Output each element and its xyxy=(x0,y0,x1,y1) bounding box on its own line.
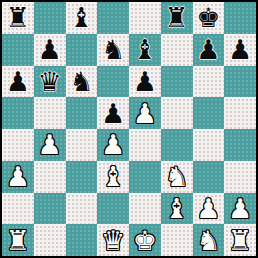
square-c8[interactable]: ♝ xyxy=(66,2,98,34)
square-h4[interactable] xyxy=(224,129,256,161)
square-f4[interactable] xyxy=(161,129,193,161)
square-f2[interactable]: ♝ xyxy=(161,193,193,225)
piece-black-pawn: ♟ xyxy=(133,66,157,97)
square-g8[interactable]: ♚ xyxy=(193,2,225,34)
square-h5[interactable] xyxy=(224,97,256,129)
square-d5[interactable]: ♟ xyxy=(97,97,129,129)
piece-white-pawn: ♟ xyxy=(196,193,220,224)
square-d8[interactable] xyxy=(97,2,129,34)
square-g2[interactable]: ♟ xyxy=(193,193,225,225)
square-b4[interactable]: ♟ xyxy=(34,129,66,161)
square-c2[interactable] xyxy=(66,193,98,225)
square-d2[interactable] xyxy=(97,193,129,225)
square-e5[interactable]: ♟ xyxy=(129,97,161,129)
square-a1[interactable]: ♜ xyxy=(2,224,34,256)
piece-black-pawn: ♟ xyxy=(228,34,252,65)
piece-black-knight: ♞ xyxy=(69,66,93,97)
square-a3[interactable]: ♟ xyxy=(2,161,34,193)
chess-board-frame: ♜♝♜♚♟♞♝♟♟♟♛♞♟♟♟♟♟♟♝♞♝♟♟♜♛♚♞♜ xyxy=(0,0,258,258)
piece-white-pawn: ♟ xyxy=(6,161,30,192)
piece-black-pawn: ♟ xyxy=(101,98,125,129)
square-f3[interactable]: ♞ xyxy=(161,161,193,193)
square-c6[interactable]: ♞ xyxy=(66,66,98,98)
piece-white-rook: ♜ xyxy=(6,225,30,256)
square-h7[interactable]: ♟ xyxy=(224,34,256,66)
square-b8[interactable] xyxy=(34,2,66,34)
square-d3[interactable]: ♝ xyxy=(97,161,129,193)
piece-white-bishop: ♝ xyxy=(165,193,189,224)
piece-black-pawn: ♟ xyxy=(196,34,220,65)
square-e7[interactable]: ♝ xyxy=(129,34,161,66)
square-g3[interactable] xyxy=(193,161,225,193)
piece-white-rook: ♜ xyxy=(228,225,252,256)
piece-black-bishop: ♝ xyxy=(69,2,93,33)
square-d4[interactable]: ♟ xyxy=(97,129,129,161)
square-c4[interactable] xyxy=(66,129,98,161)
piece-white-knight: ♞ xyxy=(165,161,189,192)
square-f1[interactable] xyxy=(161,224,193,256)
square-f7[interactable] xyxy=(161,34,193,66)
square-a2[interactable] xyxy=(2,193,34,225)
square-a8[interactable]: ♜ xyxy=(2,2,34,34)
square-e8[interactable] xyxy=(129,2,161,34)
piece-white-pawn: ♟ xyxy=(101,129,125,160)
square-g4[interactable] xyxy=(193,129,225,161)
piece-black-rook: ♜ xyxy=(6,2,30,33)
square-b6[interactable]: ♛ xyxy=(34,66,66,98)
square-e1[interactable]: ♚ xyxy=(129,224,161,256)
square-b7[interactable]: ♟ xyxy=(34,34,66,66)
piece-black-bishop: ♝ xyxy=(133,34,157,65)
square-d1[interactable]: ♛ xyxy=(97,224,129,256)
piece-black-knight: ♞ xyxy=(101,34,125,65)
square-a6[interactable]: ♟ xyxy=(2,66,34,98)
piece-white-queen: ♛ xyxy=(101,225,125,256)
piece-black-queen: ♛ xyxy=(38,66,62,97)
piece-black-rook: ♜ xyxy=(165,2,189,33)
square-g6[interactable] xyxy=(193,66,225,98)
piece-black-pawn: ♟ xyxy=(6,66,30,97)
square-g1[interactable]: ♞ xyxy=(193,224,225,256)
piece-white-knight: ♞ xyxy=(196,225,220,256)
square-f5[interactable] xyxy=(161,97,193,129)
square-c7[interactable] xyxy=(66,34,98,66)
piece-white-king: ♚ xyxy=(133,225,157,256)
square-h8[interactable] xyxy=(224,2,256,34)
piece-white-pawn: ♟ xyxy=(38,129,62,160)
square-e3[interactable] xyxy=(129,161,161,193)
square-c1[interactable] xyxy=(66,224,98,256)
square-c5[interactable] xyxy=(66,97,98,129)
square-h2[interactable]: ♟ xyxy=(224,193,256,225)
square-e4[interactable] xyxy=(129,129,161,161)
square-g5[interactable] xyxy=(193,97,225,129)
piece-black-pawn: ♟ xyxy=(38,34,62,65)
square-e2[interactable] xyxy=(129,193,161,225)
square-a7[interactable] xyxy=(2,34,34,66)
square-f8[interactable]: ♜ xyxy=(161,2,193,34)
piece-black-king: ♚ xyxy=(196,2,220,33)
chess-board: ♜♝♜♚♟♞♝♟♟♟♛♞♟♟♟♟♟♟♝♞♝♟♟♜♛♚♞♜ xyxy=(2,2,256,256)
piece-white-pawn: ♟ xyxy=(133,98,157,129)
square-c3[interactable] xyxy=(66,161,98,193)
square-d6[interactable] xyxy=(97,66,129,98)
square-d7[interactable]: ♞ xyxy=(97,34,129,66)
square-b5[interactable] xyxy=(34,97,66,129)
square-b1[interactable] xyxy=(34,224,66,256)
square-e6[interactable]: ♟ xyxy=(129,66,161,98)
piece-white-pawn: ♟ xyxy=(228,193,252,224)
square-h1[interactable]: ♜ xyxy=(224,224,256,256)
square-a4[interactable] xyxy=(2,129,34,161)
square-h6[interactable] xyxy=(224,66,256,98)
piece-white-bishop: ♝ xyxy=(101,161,125,192)
square-h3[interactable] xyxy=(224,161,256,193)
square-b2[interactable] xyxy=(34,193,66,225)
square-b3[interactable] xyxy=(34,161,66,193)
square-f6[interactable] xyxy=(161,66,193,98)
square-a5[interactable] xyxy=(2,97,34,129)
square-g7[interactable]: ♟ xyxy=(193,34,225,66)
